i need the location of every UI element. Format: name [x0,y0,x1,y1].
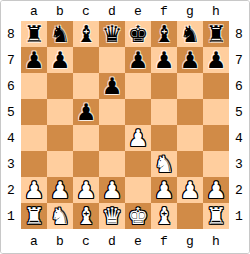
rank-label-2-right: 2 [229,177,249,203]
chess-board: abcdefgh8♜♞♝♛♚♝♞♜87♟♟♟♟♟♟76♟65♟54♟43♞32♟… [1,1,249,253]
square-e3[interactable] [125,151,151,177]
square-h1[interactable]: ♜ [203,203,229,229]
square-d5[interactable] [99,99,125,125]
square-d3[interactable] [99,151,125,177]
square-f2[interactable]: ♟ [151,177,177,203]
rank-label-3-right: 3 [229,151,249,177]
piece-black-pawn: ♟ [50,47,71,73]
square-c7[interactable] [73,47,99,73]
square-e4[interactable]: ♟ [125,125,151,151]
square-d6[interactable]: ♟ [99,73,125,99]
piece-white-pawn: ♟ [50,177,71,203]
square-e8[interactable]: ♚ [125,21,151,47]
file-label-d-top: d [99,1,125,21]
piece-white-knight: ♞ [154,151,175,177]
file-label-c-bottom: c [73,229,99,253]
square-b8[interactable]: ♞ [47,21,73,47]
square-g4[interactable] [177,125,203,151]
square-a8[interactable]: ♜ [21,21,47,47]
piece-black-knight: ♞ [50,21,71,47]
rank-label-8-right: 8 [229,21,249,47]
piece-white-queen: ♛ [102,203,123,229]
piece-white-bishop: ♝ [154,203,175,229]
file-label-a-bottom: a [21,229,47,253]
file-label-g-top: g [177,1,203,21]
square-b4[interactable] [47,125,73,151]
square-a3[interactable] [21,151,47,177]
piece-white-pawn: ♟ [128,125,149,151]
corner-top-left [1,1,21,21]
rank-label-5-left: 5 [1,99,21,125]
square-b6[interactable] [47,73,73,99]
rank-label-6-right: 6 [229,73,249,99]
piece-white-pawn: ♟ [154,177,175,203]
file-label-h-bottom: h [203,229,229,253]
square-a7[interactable]: ♟ [21,47,47,73]
square-a1[interactable]: ♜ [21,203,47,229]
square-e6[interactable] [125,73,151,99]
square-g1[interactable] [177,203,203,229]
square-h5[interactable] [203,99,229,125]
square-f4[interactable] [151,125,177,151]
square-g2[interactable]: ♟ [177,177,203,203]
rank-label-5-right: 5 [229,99,249,125]
piece-white-pawn: ♟ [180,177,201,203]
piece-white-rook: ♜ [206,203,227,229]
piece-white-king: ♚ [128,203,149,229]
square-d7[interactable] [99,47,125,73]
square-c6[interactable] [73,73,99,99]
square-d4[interactable] [99,125,125,151]
square-h8[interactable]: ♜ [203,21,229,47]
square-b7[interactable]: ♟ [47,47,73,73]
square-b5[interactable] [47,99,73,125]
square-h4[interactable] [203,125,229,151]
piece-white-pawn: ♟ [76,177,97,203]
rank-label-4-right: 4 [229,125,249,151]
file-label-c-top: c [73,1,99,21]
square-e1[interactable]: ♚ [125,203,151,229]
piece-white-knight: ♞ [50,203,71,229]
square-f3[interactable]: ♞ [151,151,177,177]
square-b1[interactable]: ♞ [47,203,73,229]
file-label-e-bottom: e [125,229,151,253]
piece-white-pawn: ♟ [206,177,227,203]
square-h2[interactable]: ♟ [203,177,229,203]
piece-black-rook: ♜ [206,21,227,47]
square-e5[interactable] [125,99,151,125]
square-e2[interactable] [125,177,151,203]
square-h6[interactable] [203,73,229,99]
square-a5[interactable] [21,99,47,125]
square-d1[interactable]: ♛ [99,203,125,229]
piece-white-pawn: ♟ [102,177,123,203]
corner-bottom-left [1,229,21,253]
square-f5[interactable] [151,99,177,125]
square-c1[interactable]: ♝ [73,203,99,229]
piece-black-king: ♚ [128,21,149,47]
piece-black-bishop: ♝ [76,21,97,47]
rank-label-7-right: 7 [229,47,249,73]
square-g3[interactable] [177,151,203,177]
file-label-h-top: h [203,1,229,21]
rank-label-6-left: 6 [1,73,21,99]
square-f7[interactable]: ♟ [151,47,177,73]
file-label-a-top: a [21,1,47,21]
rank-label-1-left: 1 [1,203,21,229]
piece-black-pawn: ♟ [24,47,45,73]
square-h3[interactable] [203,151,229,177]
piece-white-rook: ♜ [24,203,45,229]
square-f6[interactable] [151,73,177,99]
piece-black-pawn: ♟ [102,73,123,99]
piece-black-queen: ♛ [102,21,123,47]
square-h7[interactable]: ♟ [203,47,229,73]
file-label-f-top: f [151,1,177,21]
piece-white-pawn: ♟ [24,177,45,203]
rank-label-7-left: 7 [1,47,21,73]
piece-black-pawn: ♟ [206,47,227,73]
square-d8[interactable]: ♛ [99,21,125,47]
piece-black-rook: ♜ [24,21,45,47]
square-g6[interactable] [177,73,203,99]
square-c2[interactable]: ♟ [73,177,99,203]
square-c3[interactable] [73,151,99,177]
rank-label-3-left: 3 [1,151,21,177]
file-label-f-bottom: f [151,229,177,253]
piece-black-pawn: ♟ [154,47,175,73]
rank-label-2-left: 2 [1,177,21,203]
square-c4[interactable] [73,125,99,151]
file-label-g-bottom: g [177,229,203,253]
square-g8[interactable]: ♞ [177,21,203,47]
chess-diagram-frame: abcdefgh8♜♞♝♛♚♝♞♜87♟♟♟♟♟♟76♟65♟54♟43♞32♟… [0,0,250,254]
square-a4[interactable] [21,125,47,151]
square-d2[interactable]: ♟ [99,177,125,203]
square-f1[interactable]: ♝ [151,203,177,229]
square-c5[interactable]: ♟ [73,99,99,125]
square-g5[interactable] [177,99,203,125]
square-a6[interactable] [21,73,47,99]
square-b2[interactable]: ♟ [47,177,73,203]
square-c8[interactable]: ♝ [73,21,99,47]
corner-top-right [229,1,249,21]
piece-black-bishop: ♝ [154,21,175,47]
file-label-e-top: e [125,1,151,21]
file-label-b-top: b [47,1,73,21]
square-e7[interactable]: ♟ [125,47,151,73]
rank-label-1-right: 1 [229,203,249,229]
piece-white-bishop: ♝ [76,203,97,229]
piece-black-pawn: ♟ [180,47,201,73]
corner-bottom-right [229,229,249,253]
piece-black-knight: ♞ [180,21,201,47]
square-a2[interactable]: ♟ [21,177,47,203]
rank-label-8-left: 8 [1,21,21,47]
piece-black-pawn: ♟ [76,99,97,125]
file-label-d-bottom: d [99,229,125,253]
rank-label-4-left: 4 [1,125,21,151]
file-label-b-bottom: b [47,229,73,253]
piece-black-pawn: ♟ [128,47,149,73]
square-b3[interactable] [47,151,73,177]
square-f8[interactable]: ♝ [151,21,177,47]
square-g7[interactable]: ♟ [177,47,203,73]
